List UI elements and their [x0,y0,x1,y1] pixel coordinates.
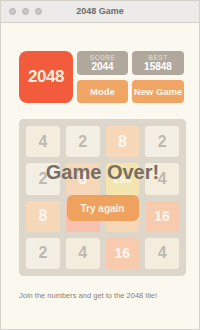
mode-button[interactable]: Mode [77,80,128,103]
try-again-button[interactable]: Try again [67,195,139,221]
app-window: 2048 Game 2048 SCORE 2044 BEST 15848 Mod… [0,0,200,330]
game-over-message: Game Over! [46,161,159,184]
new-game-button[interactable]: New Game [132,80,184,103]
titlebar: 2048 Game [1,1,199,23]
score-label: SCORE [90,54,116,61]
score-box: SCORE 2044 [77,51,128,75]
logo-tile: 2048 [19,51,73,103]
game-over-overlay: Game Over! Try again [19,119,186,276]
best-box: BEST 15848 [132,51,184,75]
best-value: 15848 [144,61,172,72]
game-board[interactable]: 428228256483281624164 Game Over! Try aga… [19,119,186,276]
window-title: 2048 Game [1,6,199,16]
score-value: 2044 [91,61,113,72]
footer-instruction: Join the numbers and get to the 2048 til… [19,291,189,300]
best-label: BEST [148,54,167,61]
